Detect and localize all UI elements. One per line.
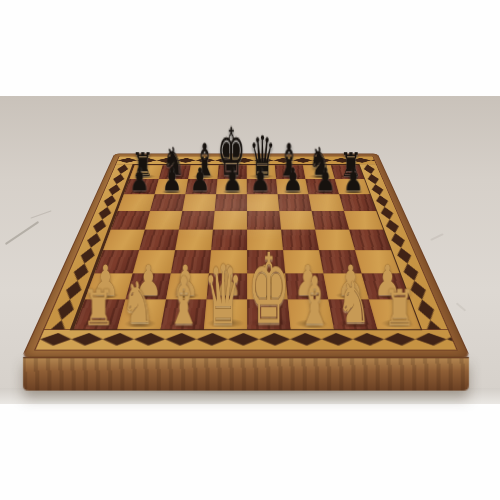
inlay-diamond — [366, 174, 381, 184]
inlay-diamond — [259, 333, 291, 346]
diamond-inlay-border-bottom — [34, 328, 458, 350]
white-king[interactable]: ♚ — [248, 250, 290, 328]
black-pawn[interactable]: ♟ — [190, 168, 210, 193]
square-d5[interactable] — [213, 211, 247, 230]
inlay-diamond — [101, 195, 118, 207]
inlay-diamond — [132, 333, 166, 346]
white-rook[interactable]: ♜ — [82, 288, 114, 327]
inlay-diamond — [370, 184, 386, 195]
wall-scuff-mark — [430, 233, 444, 241]
wall-scuff-mark — [456, 302, 466, 311]
square-c5[interactable] — [179, 211, 215, 230]
wall-scratch-mark — [30, 210, 51, 218]
inlay-diamond — [111, 174, 126, 184]
square-f1[interactable]: ♝ — [288, 300, 334, 330]
square-e7[interactable]: ♟ — [247, 179, 278, 194]
inlay-diamond — [37, 333, 73, 346]
square-d6[interactable] — [215, 194, 247, 211]
square-a6[interactable] — [118, 194, 155, 211]
square-b7[interactable]: ♟ — [155, 179, 189, 194]
board-stage: ♜♞♝♚♛♝♞♜♟♟♟♟♟♟♟♟♟♟♟♟♟♟♟♟♜♞♝♛♚♝♞♜ — [80, 63, 412, 395]
square-g5[interactable] — [312, 211, 350, 230]
white-bishop[interactable]: ♝ — [298, 275, 332, 327]
white-knight[interactable]: ♞ — [337, 282, 371, 328]
inlay-diamond — [374, 195, 391, 207]
square-a5[interactable] — [111, 211, 150, 230]
square-g1[interactable]: ♞ — [328, 300, 377, 330]
white-queen[interactable]: ♛ — [204, 262, 243, 327]
square-b6[interactable] — [150, 194, 185, 211]
square-f5[interactable] — [279, 211, 315, 230]
inlay-diamond — [196, 333, 228, 346]
inlay-diamond — [321, 333, 355, 346]
inlay-diamond — [106, 184, 122, 195]
board-front-edge — [23, 357, 469, 391]
inlay-diamond — [378, 207, 396, 220]
inlay-diamond — [362, 164, 377, 174]
square-c7[interactable]: ♟ — [185, 179, 217, 194]
square-d1[interactable]: ♛ — [204, 300, 247, 330]
square-a4[interactable] — [103, 230, 145, 251]
black-pawn[interactable]: ♟ — [162, 168, 182, 193]
inlay-diamond — [290, 333, 323, 346]
square-f7[interactable]: ♟ — [276, 179, 308, 194]
square-f6[interactable] — [278, 194, 312, 211]
inlay-diamond — [69, 333, 105, 346]
square-e1[interactable]: ♚ — [247, 300, 290, 330]
inlay-diamond — [101, 333, 136, 346]
black-pawn[interactable]: ♟ — [129, 168, 149, 193]
square-h4[interactable] — [349, 230, 391, 251]
square-b4[interactable] — [139, 230, 179, 251]
square-g4[interactable] — [315, 230, 355, 251]
square-g7[interactable]: ♟ — [306, 179, 340, 194]
inlay-diamond — [383, 220, 401, 234]
square-h1[interactable]: ♜ — [369, 300, 421, 330]
square-a7[interactable]: ♟ — [124, 179, 159, 194]
square-c1[interactable]: ♝ — [161, 300, 207, 330]
square-b5[interactable] — [145, 211, 182, 230]
inlay-diamond — [389, 233, 408, 248]
black-pawn[interactable]: ♟ — [222, 168, 242, 193]
square-e5[interactable] — [247, 211, 281, 230]
square-g6[interactable] — [308, 194, 343, 211]
inlay-diamond — [382, 333, 417, 346]
wall-scratch-mark — [5, 221, 39, 245]
inlay-diamond — [351, 333, 386, 346]
inlay-diamond — [413, 333, 449, 346]
square-h7[interactable]: ♟ — [335, 179, 370, 194]
black-pawn[interactable]: ♟ — [250, 168, 270, 193]
inlay-diamond — [96, 207, 114, 220]
square-e6[interactable] — [247, 194, 279, 211]
inlay-diamond — [414, 300, 438, 321]
inlay-diamond — [228, 333, 260, 346]
board-grid: ♜♞♝♚♛♝♞♜♟♟♟♟♟♟♟♟♟♟♟♟♟♟♟♟♜♞♝♛♚♝♞♜ — [70, 164, 423, 330]
white-rook[interactable]: ♜ — [383, 288, 415, 327]
square-h6[interactable] — [339, 194, 376, 211]
black-pawn[interactable]: ♟ — [315, 168, 335, 193]
white-knight[interactable]: ♞ — [121, 282, 155, 328]
square-h5[interactable] — [344, 211, 383, 230]
square-c6[interactable] — [182, 194, 216, 211]
inlay-diamond — [115, 164, 130, 174]
square-b1[interactable]: ♞ — [117, 300, 166, 330]
black-pawn[interactable]: ♟ — [283, 168, 303, 193]
inlay-diamond — [370, 158, 377, 163]
photo-scene: ♜♞♝♚♛♝♞♜♟♟♟♟♟♟♟♟♟♟♟♟♟♟♟♟♜♞♝♛♚♝♞♜ — [0, 0, 500, 500]
black-pawn[interactable]: ♟ — [343, 168, 363, 193]
inlay-diamond — [164, 333, 197, 346]
square-d7[interactable]: ♟ — [216, 179, 247, 194]
chess-board: ♜♞♝♚♛♝♞♜♟♟♟♟♟♟♟♟♟♟♟♟♟♟♟♟♜♞♝♛♚♝♞♜ — [21, 154, 471, 358]
white-bishop[interactable]: ♝ — [167, 275, 201, 327]
